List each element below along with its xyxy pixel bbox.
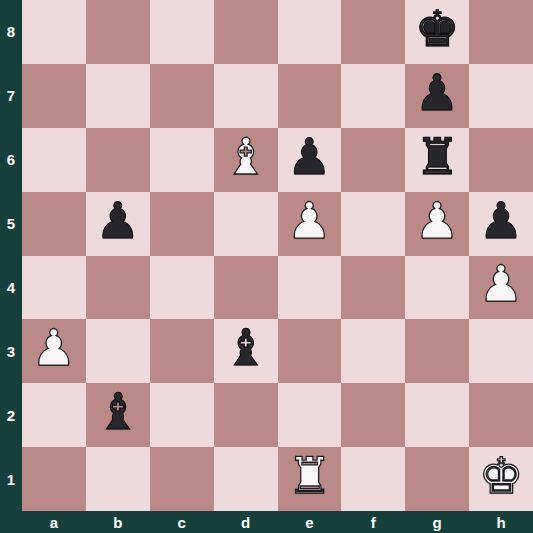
- square-b5[interactable]: ♟: [86, 192, 150, 256]
- rank-label-6: 6: [0, 128, 22, 192]
- square-f2[interactable]: [341, 383, 405, 447]
- piece-white-pawn[interactable]: ♟: [415, 196, 460, 246]
- square-f8[interactable]: [341, 0, 405, 64]
- rank-label-8: 8: [0, 0, 22, 64]
- rank-label-1: 1: [0, 447, 22, 511]
- rank-label-2: 2: [0, 383, 22, 447]
- square-e5[interactable]: ♟: [278, 192, 342, 256]
- piece-white-bishop[interactable]: ♝: [223, 132, 268, 182]
- square-e1[interactable]: ♜: [278, 447, 342, 511]
- file-label-a: a: [22, 511, 86, 533]
- square-f1[interactable]: [341, 447, 405, 511]
- file-label-e: e: [278, 511, 342, 533]
- square-a5[interactable]: [22, 192, 86, 256]
- square-d6[interactable]: ♝: [214, 128, 278, 192]
- square-h6[interactable]: [469, 128, 533, 192]
- square-e2[interactable]: [278, 383, 342, 447]
- rank-label-7: 7: [0, 64, 22, 128]
- rank-label-4: 4: [0, 256, 22, 320]
- piece-white-pawn[interactable]: ♟: [287, 196, 332, 246]
- square-h4[interactable]: ♟: [469, 256, 533, 320]
- file-label-h: h: [469, 511, 533, 533]
- square-c7[interactable]: [150, 64, 214, 128]
- piece-black-pawn[interactable]: ♟: [287, 132, 332, 182]
- square-b2[interactable]: ♝: [86, 383, 150, 447]
- square-h5[interactable]: ♟: [469, 192, 533, 256]
- piece-black-bishop[interactable]: ♝: [223, 323, 268, 373]
- file-label-d: d: [214, 511, 278, 533]
- square-g1[interactable]: [405, 447, 469, 511]
- square-a3[interactable]: ♟: [22, 319, 86, 383]
- square-c3[interactable]: [150, 319, 214, 383]
- square-c1[interactable]: [150, 447, 214, 511]
- square-e6[interactable]: ♟: [278, 128, 342, 192]
- square-f5[interactable]: [341, 192, 405, 256]
- square-a2[interactable]: [22, 383, 86, 447]
- square-a7[interactable]: [22, 64, 86, 128]
- square-b7[interactable]: [86, 64, 150, 128]
- piece-white-king[interactable]: ♚: [479, 451, 524, 501]
- chess-board: 87654321♚♟♝♟♜♟♟♟♟♟♟♝♝♜♚abcdefgh: [0, 0, 533, 533]
- square-e8[interactable]: [278, 0, 342, 64]
- square-f3[interactable]: [341, 319, 405, 383]
- square-h8[interactable]: [469, 0, 533, 64]
- file-label-g: g: [405, 511, 469, 533]
- square-e7[interactable]: [278, 64, 342, 128]
- square-d3[interactable]: ♝: [214, 319, 278, 383]
- square-f6[interactable]: [341, 128, 405, 192]
- square-h2[interactable]: [469, 383, 533, 447]
- rank-label-3: 3: [0, 319, 22, 383]
- square-d5[interactable]: [214, 192, 278, 256]
- square-g8[interactable]: ♚: [405, 0, 469, 64]
- piece-black-pawn[interactable]: ♟: [415, 68, 460, 118]
- square-g7[interactable]: ♟: [405, 64, 469, 128]
- piece-white-pawn[interactable]: ♟: [32, 323, 77, 373]
- piece-white-rook[interactable]: ♜: [287, 451, 332, 501]
- square-c8[interactable]: [150, 0, 214, 64]
- square-g4[interactable]: [405, 256, 469, 320]
- square-c5[interactable]: [150, 192, 214, 256]
- frame-corner: [0, 511, 22, 533]
- square-h3[interactable]: [469, 319, 533, 383]
- piece-black-bishop[interactable]: ♝: [95, 387, 140, 437]
- square-e3[interactable]: [278, 319, 342, 383]
- square-g3[interactable]: [405, 319, 469, 383]
- square-c2[interactable]: [150, 383, 214, 447]
- square-a6[interactable]: [22, 128, 86, 192]
- square-d4[interactable]: [214, 256, 278, 320]
- square-e4[interactable]: [278, 256, 342, 320]
- square-c4[interactable]: [150, 256, 214, 320]
- square-f4[interactable]: [341, 256, 405, 320]
- square-a8[interactable]: [22, 0, 86, 64]
- square-h1[interactable]: ♚: [469, 447, 533, 511]
- square-d2[interactable]: [214, 383, 278, 447]
- square-h7[interactable]: [469, 64, 533, 128]
- piece-black-pawn[interactable]: ♟: [479, 196, 524, 246]
- square-a1[interactable]: [22, 447, 86, 511]
- square-b6[interactable]: [86, 128, 150, 192]
- rank-label-5: 5: [0, 192, 22, 256]
- square-g2[interactable]: [405, 383, 469, 447]
- file-label-f: f: [341, 511, 405, 533]
- piece-white-pawn[interactable]: ♟: [479, 259, 524, 309]
- chess-app: 87654321♚♟♝♟♜♟♟♟♟♟♟♝♝♜♚abcdefgh: [0, 0, 533, 533]
- square-a4[interactable]: [22, 256, 86, 320]
- square-b8[interactable]: [86, 0, 150, 64]
- square-g6[interactable]: ♜: [405, 128, 469, 192]
- square-b1[interactable]: [86, 447, 150, 511]
- square-d1[interactable]: [214, 447, 278, 511]
- square-g5[interactable]: ♟: [405, 192, 469, 256]
- square-c6[interactable]: [150, 128, 214, 192]
- piece-black-rook[interactable]: ♜: [415, 132, 460, 182]
- square-d7[interactable]: [214, 64, 278, 128]
- piece-black-pawn[interactable]: ♟: [95, 196, 140, 246]
- square-b4[interactable]: [86, 256, 150, 320]
- file-label-b: b: [86, 511, 150, 533]
- file-label-c: c: [150, 511, 214, 533]
- piece-black-king[interactable]: ♚: [415, 4, 460, 54]
- square-f7[interactable]: [341, 64, 405, 128]
- square-b3[interactable]: [86, 319, 150, 383]
- square-d8[interactable]: [214, 0, 278, 64]
